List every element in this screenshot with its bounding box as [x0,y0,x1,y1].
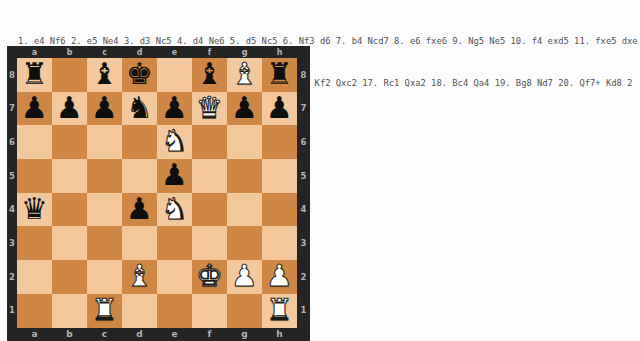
square-b2[interactable] [52,260,87,294]
square-c2[interactable] [87,260,122,294]
black-rook[interactable]: ♜ [266,59,293,89]
square-f8[interactable]: ♝ [192,58,227,92]
rank-label-right-8: 8 [297,58,310,92]
square-a1[interactable] [17,294,52,328]
square-f3[interactable] [192,226,227,260]
black-pawn[interactable]: ♟ [161,160,188,190]
black-rook[interactable]: ♜ [21,59,48,89]
square-a3[interactable] [17,226,52,260]
square-f2[interactable]: ♚ [192,260,227,294]
black-pawn[interactable]: ♟ [91,93,118,123]
square-h7[interactable]: ♟ [262,92,297,126]
black-knight[interactable]: ♞ [126,93,153,123]
square-a7[interactable]: ♟ [17,92,52,126]
square-d6[interactable] [122,125,157,159]
square-h2[interactable]: ♟ [262,260,297,294]
square-f4[interactable] [192,193,227,227]
square-g5[interactable] [227,159,262,193]
rank-label-left-3: 3 [7,226,17,260]
square-h4[interactable] [262,193,297,227]
square-b6[interactable] [52,125,87,159]
black-king[interactable]: ♚ [126,59,153,89]
square-a4[interactable]: ♛ [17,193,52,227]
square-g3[interactable] [227,226,262,260]
square-e5[interactable]: ♟ [157,159,192,193]
square-a2[interactable] [17,260,52,294]
white-knight[interactable]: ♞ [161,194,188,224]
file-label-bottom-a: a [17,328,52,341]
file-label-top-e: e [157,46,192,58]
square-f5[interactable] [192,159,227,193]
square-a5[interactable] [17,159,52,193]
square-b8[interactable] [52,58,87,92]
file-label-bottom-f: f [192,328,227,341]
square-e1[interactable] [157,294,192,328]
square-h5[interactable] [262,159,297,193]
black-queen[interactable]: ♛ [21,194,48,224]
square-c6[interactable] [87,125,122,159]
white-king[interactable]: ♚ [196,261,223,291]
square-a6[interactable] [17,125,52,159]
black-bishop[interactable]: ♝ [196,59,223,89]
square-d3[interactable] [122,226,157,260]
frame-corner [7,328,17,341]
square-h6[interactable] [262,125,297,159]
square-c7[interactable]: ♟ [87,92,122,126]
square-b7[interactable]: ♟ [52,92,87,126]
rank-label-left-6: 6 [7,125,17,159]
black-pawn[interactable]: ♟ [56,93,83,123]
square-a8[interactable]: ♜ [17,58,52,92]
white-rook[interactable]: ♜ [91,295,118,325]
square-b3[interactable] [52,226,87,260]
black-pawn[interactable]: ♟ [21,93,48,123]
square-h1[interactable]: ♜ [262,294,297,328]
rank-label-left-2: 2 [7,260,17,294]
white-bishop[interactable]: ♝ [231,59,258,89]
square-b1[interactable] [52,294,87,328]
file-label-bottom-h: h [262,328,297,341]
black-pawn[interactable]: ♟ [231,93,258,123]
file-label-bottom-g: g [227,328,262,341]
white-pawn[interactable]: ♟ [231,261,258,291]
rank-label-right-1: 1 [297,294,310,328]
square-d8[interactable]: ♚ [122,58,157,92]
square-e2[interactable] [157,260,192,294]
black-bishop[interactable]: ♝ [91,59,118,89]
square-b4[interactable] [52,193,87,227]
black-pawn[interactable]: ♟ [266,93,293,123]
square-e6[interactable]: ♞ [157,125,192,159]
rank-label-right-2: 2 [297,260,310,294]
white-pawn[interactable]: ♟ [266,261,293,291]
square-g7[interactable]: ♟ [227,92,262,126]
rank-label-left-1: 1 [7,294,17,328]
frame-corner [297,328,310,341]
white-bishop[interactable]: ♝ [126,261,153,291]
black-pawn[interactable]: ♟ [161,93,188,123]
file-label-bottom-b: b [52,328,87,341]
square-e7[interactable]: ♟ [157,92,192,126]
square-e8[interactable] [157,58,192,92]
rank-label-right-7: 7 [297,92,310,126]
square-f7[interactable]: ♛ [192,92,227,126]
square-d5[interactable] [122,159,157,193]
square-e4[interactable]: ♞ [157,193,192,227]
square-b5[interactable] [52,159,87,193]
square-c3[interactable] [87,226,122,260]
rank-label-left-7: 7 [7,92,17,126]
white-knight[interactable]: ♞ [161,126,188,156]
square-c1[interactable]: ♜ [87,294,122,328]
square-h8[interactable]: ♜ [262,58,297,92]
square-f1[interactable] [192,294,227,328]
rank-label-left-5: 5 [7,159,17,193]
file-label-top-b: b [52,46,87,58]
rank-label-right-6: 6 [297,125,310,159]
square-f6[interactable] [192,125,227,159]
file-label-bottom-e: e [157,328,192,341]
rank-label-left-4: 4 [7,193,17,227]
square-d4[interactable]: ♟ [122,193,157,227]
chess-board: abcdefgh8♜♝♚♝♝♜87♟♟♟♞♟♛♟♟76♞65♟54♛♟♞4332… [7,46,310,341]
black-pawn[interactable]: ♟ [126,194,153,224]
rank-label-right-5: 5 [297,159,310,193]
rank-label-right-3: 3 [297,226,310,260]
square-c5[interactable] [87,159,122,193]
frame-corner [7,46,17,58]
square-g8[interactable]: ♝ [227,58,262,92]
file-label-bottom-d: d [122,328,157,341]
square-g2[interactable]: ♟ [227,260,262,294]
square-d1[interactable] [122,294,157,328]
rank-label-right-4: 4 [297,193,310,227]
square-c8[interactable]: ♝ [87,58,122,92]
rank-label-left-8: 8 [7,58,17,92]
square-h3[interactable] [262,226,297,260]
white-queen[interactable]: ♛ [196,93,223,123]
square-g6[interactable] [227,125,262,159]
frame-corner [297,46,310,58]
file-label-bottom-c: c [87,328,122,341]
square-d2[interactable]: ♝ [122,260,157,294]
square-g1[interactable] [227,294,262,328]
white-rook[interactable]: ♜ [266,295,293,325]
square-c4[interactable] [87,193,122,227]
square-g4[interactable] [227,193,262,227]
square-d7[interactable]: ♞ [122,92,157,126]
square-e3[interactable] [157,226,192,260]
